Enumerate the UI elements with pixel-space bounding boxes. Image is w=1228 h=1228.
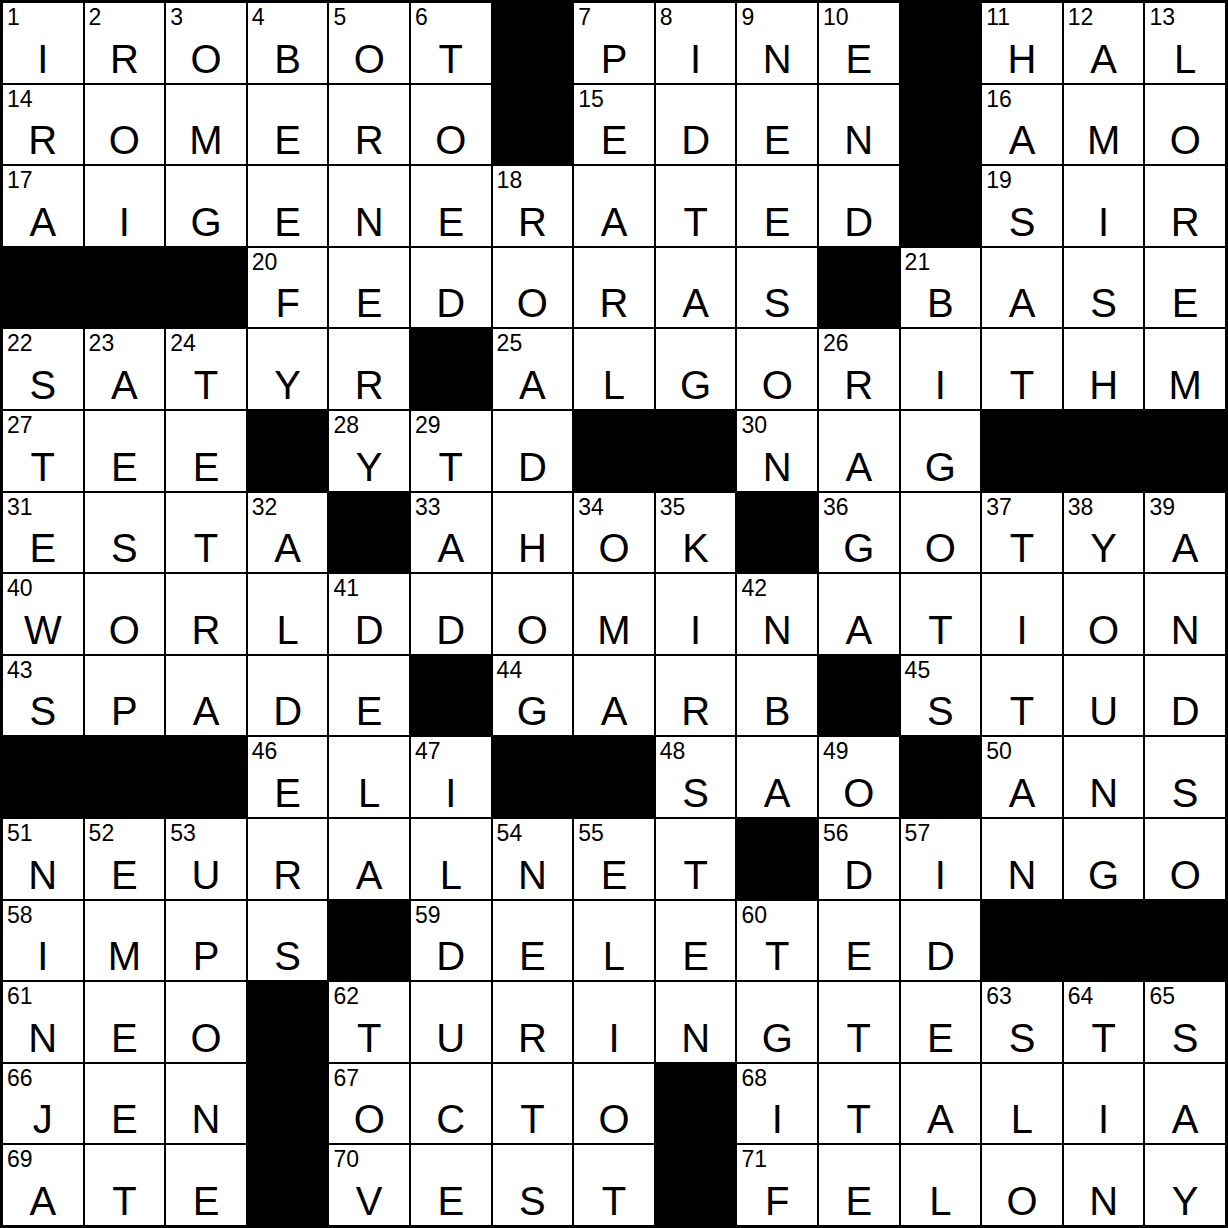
cell-letter: A [574, 691, 654, 731]
cell-r5c8[interactable]: L [573, 328, 655, 410]
cell-r15c5[interactable]: 70V [328, 1144, 410, 1226]
cell-r11c5[interactable]: A [328, 818, 410, 900]
cell-letter: I [3, 39, 83, 79]
cell-r5c11[interactable]: 26R [818, 328, 900, 410]
cell-letter: A [982, 773, 1062, 813]
cell-r3c7[interactable]: 18R [492, 165, 574, 247]
cell-r3c4[interactable]: E [247, 165, 329, 247]
cell-letter: M [85, 936, 165, 976]
black-cell-r2c12 [900, 84, 982, 166]
black-cell-r14c4 [247, 1063, 329, 1145]
cell-r7c4[interactable]: 32A [247, 492, 329, 574]
clue-number: 35 [660, 494, 686, 520]
clue-number: 42 [741, 575, 767, 601]
cell-r2c8[interactable]: 15E [573, 84, 655, 166]
clue-number: 21 [905, 249, 931, 275]
cell-r6c11[interactable]: A [818, 410, 900, 492]
clue-number: 58 [7, 902, 33, 928]
cell-r11c12[interactable]: 57I [900, 818, 982, 900]
cell-r8c10[interactable]: 42N [736, 573, 818, 655]
cell-r14c12[interactable]: A [900, 1063, 982, 1145]
cell-r14c13[interactable]: L [981, 1063, 1063, 1145]
cell-letter: R [3, 120, 83, 160]
cell-r12c11[interactable]: E [818, 900, 900, 982]
black-cell-r6c14 [1063, 410, 1145, 492]
cell-r5c13[interactable]: T [981, 328, 1063, 410]
cell-r14c15[interactable]: A [1144, 1063, 1226, 1145]
cell-letter: A [248, 528, 328, 568]
cell-r7c9[interactable]: 35K [655, 492, 737, 574]
cell-r2c2[interactable]: O [84, 84, 166, 166]
clue-number: 60 [741, 902, 767, 928]
cell-r4c15[interactable]: E [1144, 247, 1226, 329]
cell-r15c15[interactable]: Y [1144, 1144, 1226, 1226]
clue-number: 64 [1068, 983, 1094, 1009]
cell-r15c12[interactable]: L [900, 1144, 982, 1226]
cell-r9c3[interactable]: A [165, 655, 247, 737]
cell-r11c13[interactable]: N [981, 818, 1063, 900]
clue-number: 43 [7, 657, 33, 683]
cell-r15c1[interactable]: 69A [2, 1144, 84, 1226]
cell-letter: S [3, 691, 83, 731]
cell-r1c11[interactable]: 10E [818, 2, 900, 84]
cell-letter: I [982, 610, 1062, 650]
cell-letter: O [85, 120, 165, 160]
cell-letter: A [1145, 1099, 1225, 1139]
cell-r4c7[interactable]: O [492, 247, 574, 329]
cell-letter: D [411, 283, 491, 323]
cell-r14c3[interactable]: N [165, 1063, 247, 1145]
cell-r10c6[interactable]: 47I [410, 736, 492, 818]
cell-r8c1[interactable]: 40W [2, 573, 84, 655]
cell-letter: N [493, 855, 573, 895]
cell-letter: D [1145, 691, 1225, 731]
cell-r13c13[interactable]: 63S [981, 981, 1063, 1063]
cell-r14c10[interactable]: 68I [736, 1063, 818, 1145]
black-cell-r4c11 [818, 247, 900, 329]
cell-letter: E [85, 1018, 165, 1058]
cell-r13c1[interactable]: 61N [2, 981, 84, 1063]
cell-r1c10[interactable]: 9N [736, 2, 818, 84]
cell-r11c3[interactable]: 53U [165, 818, 247, 900]
cell-r2c9[interactable]: D [655, 84, 737, 166]
cell-r6c1[interactable]: 27T [2, 410, 84, 492]
cell-r3c9[interactable]: T [655, 165, 737, 247]
cell-r2c3[interactable]: M [165, 84, 247, 166]
cell-r2c10[interactable]: E [736, 84, 818, 166]
cell-r6c6[interactable]: 29T [410, 410, 492, 492]
clue-number: 69 [7, 1146, 33, 1172]
cell-r15c6[interactable]: E [410, 1144, 492, 1226]
cell-letter: G [901, 447, 981, 487]
cell-letter: A [3, 1181, 83, 1221]
cell-letter: U [1064, 691, 1144, 731]
cell-r11c15[interactable]: O [1144, 818, 1226, 900]
cell-letter: F [248, 283, 328, 323]
cell-r4c12[interactable]: 21B [900, 247, 982, 329]
cell-r1c8[interactable]: 7P [573, 2, 655, 84]
cell-letter: A [656, 283, 736, 323]
cell-letter: R [493, 202, 573, 242]
cell-r10c11[interactable]: 49O [818, 736, 900, 818]
cell-r8c11[interactable]: A [818, 573, 900, 655]
cell-r7c14[interactable]: 38Y [1063, 492, 1145, 574]
cell-r15c2[interactable]: T [84, 1144, 166, 1226]
cell-r13c14[interactable]: 64T [1063, 981, 1145, 1063]
cell-r7c11[interactable]: 36G [818, 492, 900, 574]
cell-r12c7[interactable]: E [492, 900, 574, 982]
cell-r12c2[interactable]: M [84, 900, 166, 982]
cell-r7c13[interactable]: 37T [981, 492, 1063, 574]
cell-r1c6[interactable]: 6T [410, 2, 492, 84]
cell-letter: E [737, 202, 817, 242]
cell-r7c7[interactable]: H [492, 492, 574, 574]
cell-r8c8[interactable]: M [573, 573, 655, 655]
cell-r11c4[interactable]: R [247, 818, 329, 900]
cell-r13c9[interactable]: N [655, 981, 737, 1063]
cell-letter: T [411, 447, 491, 487]
cell-r7c12[interactable]: O [900, 492, 982, 574]
cell-r9c14[interactable]: U [1063, 655, 1145, 737]
clue-number: 30 [741, 412, 767, 438]
crossword-grid: 1I2R3O4B5O6T7P8I9N10E11H12A13L14ROMERO15… [0, 0, 1228, 1228]
cell-letter: R [329, 120, 409, 160]
cell-r8c3[interactable]: R [165, 573, 247, 655]
clue-number: 8 [660, 4, 673, 30]
cell-r1c2[interactable]: 2R [84, 2, 166, 84]
cell-r12c1[interactable]: 58I [2, 900, 84, 982]
cell-r10c4[interactable]: 46E [247, 736, 329, 818]
cell-r9c12[interactable]: 45S [900, 655, 982, 737]
cell-r10c13[interactable]: 50A [981, 736, 1063, 818]
cell-r3c15[interactable]: R [1144, 165, 1226, 247]
cell-r8c7[interactable]: O [492, 573, 574, 655]
cell-r10c14[interactable]: N [1063, 736, 1145, 818]
cell-letter: O [574, 1099, 654, 1139]
cell-letter: T [166, 528, 246, 568]
cell-r3c10[interactable]: E [736, 165, 818, 247]
clue-number: 12 [1068, 4, 1094, 30]
black-cell-r6c15 [1144, 410, 1226, 492]
cell-r6c2[interactable]: E [84, 410, 166, 492]
cell-r1c14[interactable]: 12A [1063, 2, 1145, 84]
clue-number: 56 [823, 820, 849, 846]
clue-number: 9 [741, 4, 754, 30]
cell-r1c3[interactable]: 3O [165, 2, 247, 84]
cell-letter: O [1145, 120, 1225, 160]
cell-letter: H [493, 528, 573, 568]
cell-letter: N [3, 855, 83, 895]
cell-r13c8[interactable]: I [573, 981, 655, 1063]
cell-letter: D [248, 691, 328, 731]
cell-letter: O [85, 610, 165, 650]
cell-r1c13[interactable]: 11H [981, 2, 1063, 84]
clue-number: 23 [89, 330, 115, 356]
cell-letter: T [982, 691, 1062, 731]
cell-r4c8[interactable]: R [573, 247, 655, 329]
cell-letter: N [819, 120, 899, 160]
cell-r5c1[interactable]: 22S [2, 328, 84, 410]
cell-r12c3[interactable]: P [165, 900, 247, 982]
cell-r5c5[interactable]: R [328, 328, 410, 410]
cell-letter: R [574, 283, 654, 323]
cell-r4c6[interactable]: D [410, 247, 492, 329]
cell-r4c5[interactable]: E [328, 247, 410, 329]
clue-number: 2 [89, 4, 102, 30]
cell-letter: S [248, 936, 328, 976]
cell-r12c9[interactable]: E [655, 900, 737, 982]
cell-r3c11[interactable]: D [818, 165, 900, 247]
cell-r9c4[interactable]: D [247, 655, 329, 737]
cell-letter: V [329, 1181, 409, 1221]
cell-r11c2[interactable]: 52E [84, 818, 166, 900]
cell-r2c6[interactable]: O [410, 84, 492, 166]
black-cell-r6c9 [655, 410, 737, 492]
cell-r10c5[interactable]: L [328, 736, 410, 818]
cell-r2c14[interactable]: M [1063, 84, 1145, 166]
clue-number: 24 [170, 330, 196, 356]
cell-r8c13[interactable]: I [981, 573, 1063, 655]
cell-r11c14[interactable]: G [1063, 818, 1145, 900]
cell-letter: M [1064, 120, 1144, 160]
cell-r5c9[interactable]: G [655, 328, 737, 410]
cell-r4c10[interactable]: S [736, 247, 818, 329]
cell-r15c3[interactable]: E [165, 1144, 247, 1226]
cell-r11c1[interactable]: 51N [2, 818, 84, 900]
cell-letter: O [737, 365, 817, 405]
cell-r1c15[interactable]: 13L [1144, 2, 1226, 84]
cell-r6c5[interactable]: 28Y [328, 410, 410, 492]
cell-r9c13[interactable]: T [981, 655, 1063, 737]
cell-r5c7[interactable]: 25A [492, 328, 574, 410]
cell-r3c2[interactable]: I [84, 165, 166, 247]
black-cell-r10c3 [165, 736, 247, 818]
cell-r8c6[interactable]: D [410, 573, 492, 655]
cell-r15c10[interactable]: 71F [736, 1144, 818, 1226]
cell-r13c5[interactable]: 62T [328, 981, 410, 1063]
cell-r10c15[interactable]: S [1144, 736, 1226, 818]
cell-letter: U [411, 1018, 491, 1058]
cell-r9c2[interactable]: P [84, 655, 166, 737]
cell-letter: E [737, 120, 817, 160]
cell-r8c4[interactable]: L [247, 573, 329, 655]
cell-r5c14[interactable]: H [1063, 328, 1145, 410]
cell-r10c10[interactable]: A [736, 736, 818, 818]
cell-r11c8[interactable]: 55E [573, 818, 655, 900]
cell-r9c7[interactable]: 44G [492, 655, 574, 737]
cell-letter: I [1064, 1099, 1144, 1139]
cell-r3c1[interactable]: 17A [2, 165, 84, 247]
cell-r12c12[interactable]: D [900, 900, 982, 982]
cell-r3c8[interactable]: A [573, 165, 655, 247]
clue-number: 50 [986, 738, 1012, 764]
cell-letter: N [1145, 610, 1225, 650]
cell-letter: M [1145, 365, 1225, 405]
cell-r12c8[interactable]: L [573, 900, 655, 982]
cell-r7c1[interactable]: 31E [2, 492, 84, 574]
cell-r9c8[interactable]: A [573, 655, 655, 737]
cell-r3c14[interactable]: I [1063, 165, 1145, 247]
cell-letter: O [411, 120, 491, 160]
cell-r11c9[interactable]: T [655, 818, 737, 900]
cell-letter: I [85, 202, 165, 242]
cell-letter: G [819, 528, 899, 568]
black-cell-r15c4 [247, 1144, 329, 1226]
cell-letter: E [248, 773, 328, 813]
cell-r5c15[interactable]: M [1144, 328, 1226, 410]
cell-r15c11[interactable]: E [818, 1144, 900, 1226]
cell-r4c14[interactable]: S [1063, 247, 1145, 329]
cell-r14c11[interactable]: T [818, 1063, 900, 1145]
cell-r13c11[interactable]: T [818, 981, 900, 1063]
cell-r11c11[interactable]: 56D [818, 818, 900, 900]
cell-r2c5[interactable]: R [328, 84, 410, 166]
cell-r9c15[interactable]: D [1144, 655, 1226, 737]
black-cell-r4c2 [84, 247, 166, 329]
cell-r14c14[interactable]: I [1063, 1063, 1145, 1145]
cell-r5c12[interactable]: I [900, 328, 982, 410]
cell-r13c6[interactable]: U [410, 981, 492, 1063]
cell-r5c4[interactable]: Y [247, 328, 329, 410]
cell-letter: A [574, 202, 654, 242]
cell-r2c13[interactable]: 16A [981, 84, 1063, 166]
cell-r14c5[interactable]: 67O [328, 1063, 410, 1145]
cell-r8c5[interactable]: 41D [328, 573, 410, 655]
clue-number: 46 [252, 738, 278, 764]
cell-r13c2[interactable]: E [84, 981, 166, 1063]
cell-r6c12[interactable]: G [900, 410, 982, 492]
cell-r1c4[interactable]: 4B [247, 2, 329, 84]
cell-letter: N [3, 1018, 83, 1058]
cell-r5c10[interactable]: O [736, 328, 818, 410]
cell-letter: D [493, 447, 573, 487]
cell-r8c14[interactable]: O [1063, 573, 1145, 655]
cell-r9c5[interactable]: E [328, 655, 410, 737]
cell-r3c3[interactable]: G [165, 165, 247, 247]
cell-r9c10[interactable]: B [736, 655, 818, 737]
cell-r14c1[interactable]: 66J [2, 1063, 84, 1145]
clue-number: 61 [7, 983, 33, 1009]
cell-letter: A [493, 365, 573, 405]
clue-number: 5 [333, 4, 346, 30]
cell-r1c1[interactable]: 1I [2, 2, 84, 84]
cell-r14c2[interactable]: E [84, 1063, 166, 1145]
cell-letter: Y [1145, 1181, 1225, 1221]
cell-r11c7[interactable]: 54N [492, 818, 574, 900]
cell-letter: D [656, 120, 736, 160]
cell-r7c15[interactable]: 39A [1144, 492, 1226, 574]
cell-r13c3[interactable]: O [165, 981, 247, 1063]
cell-r1c5[interactable]: 5O [328, 2, 410, 84]
cell-r3c6[interactable]: E [410, 165, 492, 247]
cell-r8c9[interactable]: I [655, 573, 737, 655]
cell-r11c6[interactable]: L [410, 818, 492, 900]
cell-letter: O [493, 610, 573, 650]
cell-letter: R [329, 365, 409, 405]
cell-letter: J [3, 1099, 83, 1139]
cell-letter: E [329, 283, 409, 323]
cell-r3c5[interactable]: N [328, 165, 410, 247]
cell-r5c2[interactable]: 23A [84, 328, 166, 410]
cell-r2c1[interactable]: 14R [2, 84, 84, 166]
cell-letter: R [248, 855, 328, 895]
black-cell-r12c15 [1144, 900, 1226, 982]
cell-r8c12[interactable]: T [900, 573, 982, 655]
cell-letter: T [819, 1099, 899, 1139]
cell-r14c8[interactable]: O [573, 1063, 655, 1145]
cell-letter: T [411, 39, 491, 79]
clue-number: 13 [1149, 4, 1175, 30]
cell-r14c6[interactable]: C [410, 1063, 492, 1145]
cell-letter: Y [248, 365, 328, 405]
cell-letter: I [737, 1099, 817, 1139]
cell-r9c1[interactable]: 43S [2, 655, 84, 737]
black-cell-r7c5 [328, 492, 410, 574]
cell-letter: Y [329, 447, 409, 487]
cell-r2c15[interactable]: O [1144, 84, 1226, 166]
cell-letter: S [1145, 1018, 1225, 1058]
clue-number: 44 [497, 657, 523, 683]
cell-r10c9[interactable]: 48S [655, 736, 737, 818]
cell-r4c9[interactable]: A [655, 247, 737, 329]
cell-r15c14[interactable]: N [1063, 1144, 1145, 1226]
cell-letter: A [1145, 528, 1225, 568]
cell-r2c11[interactable]: N [818, 84, 900, 166]
cell-r15c13[interactable]: O [981, 1144, 1063, 1226]
cell-letter: D [411, 936, 491, 976]
cell-r7c2[interactable]: S [84, 492, 166, 574]
cell-r12c4[interactable]: S [247, 900, 329, 982]
cell-r6c10[interactable]: 30N [736, 410, 818, 492]
cell-letter: T [3, 447, 83, 487]
cell-r4c4[interactable]: 20F [247, 247, 329, 329]
clue-number: 70 [333, 1146, 359, 1172]
cell-r9c9[interactable]: R [655, 655, 737, 737]
cell-r5c3[interactable]: 24T [165, 328, 247, 410]
cell-r8c2[interactable]: O [84, 573, 166, 655]
clue-number: 48 [660, 738, 686, 764]
cell-letter: T [982, 365, 1062, 405]
cell-letter: E [248, 120, 328, 160]
cell-r7c3[interactable]: T [165, 492, 247, 574]
cell-r7c8[interactable]: 34O [573, 492, 655, 574]
cell-r13c12[interactable]: E [900, 981, 982, 1063]
cell-r13c10[interactable]: G [736, 981, 818, 1063]
cell-r2c4[interactable]: E [247, 84, 329, 166]
cell-r12c10[interactable]: 60T [736, 900, 818, 982]
cell-r13c15[interactable]: 65S [1144, 981, 1226, 1063]
cell-r13c7[interactable]: R [492, 981, 574, 1063]
cell-r4c13[interactable]: A [981, 247, 1063, 329]
cell-letter: E [819, 936, 899, 976]
cell-r7c6[interactable]: 33A [410, 492, 492, 574]
black-cell-r10c7 [492, 736, 574, 818]
cell-r6c3[interactable]: E [165, 410, 247, 492]
cell-r12c6[interactable]: 59D [410, 900, 492, 982]
cell-r15c7[interactable]: S [492, 1144, 574, 1226]
cell-r3c13[interactable]: 19S [981, 165, 1063, 247]
cell-r8c15[interactable]: N [1144, 573, 1226, 655]
cell-letter: E [411, 202, 491, 242]
clue-number: 22 [7, 330, 33, 356]
cell-r14c7[interactable]: T [492, 1063, 574, 1145]
cell-letter: N [737, 610, 817, 650]
black-cell-r4c1 [2, 247, 84, 329]
cell-r1c9[interactable]: 8I [655, 2, 737, 84]
cell-r6c7[interactable]: D [492, 410, 574, 492]
cell-letter: T [656, 855, 736, 895]
cell-r15c8[interactable]: T [573, 1144, 655, 1226]
